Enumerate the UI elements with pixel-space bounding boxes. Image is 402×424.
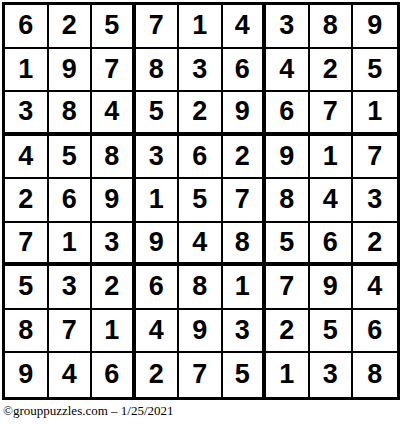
cell-r4c3: 8 [92, 136, 136, 180]
cell-r5c6: 7 [223, 179, 267, 223]
cell-r2c8: 2 [310, 49, 354, 93]
cell-r3c1: 3 [5, 92, 49, 136]
cell-r4c7: 9 [266, 136, 310, 180]
cell-r5c1: 2 [5, 179, 49, 223]
cell-r9c9: 8 [353, 353, 397, 397]
cell-r3c9: 1 [353, 92, 397, 136]
cell-r1c7: 3 [266, 5, 310, 49]
cell-r3c7: 6 [266, 92, 310, 136]
cell-r6c7: 5 [266, 223, 310, 267]
cell-r1c1: 6 [5, 5, 49, 49]
cell-r3c3: 4 [92, 92, 136, 136]
cell-r6c6: 8 [223, 223, 267, 267]
cell-r9c4: 2 [136, 353, 180, 397]
cell-r8c4: 4 [136, 310, 180, 354]
cell-r8c3: 1 [92, 310, 136, 354]
cell-r5c2: 6 [49, 179, 93, 223]
cell-r5c9: 3 [353, 179, 397, 223]
cell-r3c5: 2 [179, 92, 223, 136]
cell-r8c5: 9 [179, 310, 223, 354]
sudoku-page: 6 2 5 7 1 4 3 8 9 1 9 7 8 3 6 4 2 5 3 8 … [0, 0, 402, 424]
cell-r1c3: 5 [92, 5, 136, 49]
cell-r7c4: 6 [136, 266, 180, 310]
cell-r7c2: 3 [49, 266, 93, 310]
cell-r3c8: 7 [310, 92, 354, 136]
cell-r7c9: 4 [353, 266, 397, 310]
cell-r2c6: 6 [223, 49, 267, 93]
cell-r1c8: 8 [310, 5, 354, 49]
cell-r9c8: 3 [310, 353, 354, 397]
cell-r5c7: 8 [266, 179, 310, 223]
cell-r5c4: 1 [136, 179, 180, 223]
cell-r4c1: 4 [5, 136, 49, 180]
cell-r8c1: 8 [5, 310, 49, 354]
cell-r3c2: 8 [49, 92, 93, 136]
cell-r1c2: 2 [49, 5, 93, 49]
cell-r8c8: 5 [310, 310, 354, 354]
cell-r2c9: 5 [353, 49, 397, 93]
cell-r4c4: 3 [136, 136, 180, 180]
cell-r6c4: 9 [136, 223, 180, 267]
cell-r9c3: 6 [92, 353, 136, 397]
cell-r2c5: 3 [179, 49, 223, 93]
cell-r9c5: 7 [179, 353, 223, 397]
cell-r5c5: 5 [179, 179, 223, 223]
cell-r1c6: 4 [223, 5, 267, 49]
cell-r2c2: 9 [49, 49, 93, 93]
cell-r5c8: 4 [310, 179, 354, 223]
sudoku-board: 6 2 5 7 1 4 3 8 9 1 9 7 8 3 6 4 2 5 3 8 … [2, 2, 400, 400]
cell-r2c4: 8 [136, 49, 180, 93]
cell-r5c3: 9 [92, 179, 136, 223]
cell-r9c1: 9 [5, 353, 49, 397]
cell-r2c1: 1 [5, 49, 49, 93]
cell-r2c3: 7 [92, 49, 136, 93]
cell-r1c9: 9 [353, 5, 397, 49]
cell-r6c1: 7 [5, 223, 49, 267]
cell-r8c7: 2 [266, 310, 310, 354]
cell-r4c2: 5 [49, 136, 93, 180]
cell-r6c5: 4 [179, 223, 223, 267]
cell-r1c4: 7 [136, 5, 180, 49]
cell-r9c7: 1 [266, 353, 310, 397]
cell-r8c9: 6 [353, 310, 397, 354]
cell-r7c1: 5 [5, 266, 49, 310]
cell-r6c9: 2 [353, 223, 397, 267]
cell-r7c7: 7 [266, 266, 310, 310]
cell-r6c8: 6 [310, 223, 354, 267]
cell-r4c8: 1 [310, 136, 354, 180]
cell-r3c6: 9 [223, 92, 267, 136]
cell-r2c7: 4 [266, 49, 310, 93]
cell-r8c2: 7 [49, 310, 93, 354]
cell-r7c5: 8 [179, 266, 223, 310]
cell-r7c3: 2 [92, 266, 136, 310]
cell-r4c6: 2 [223, 136, 267, 180]
cell-r1c5: 1 [179, 5, 223, 49]
cell-r7c6: 1 [223, 266, 267, 310]
cell-r6c2: 1 [49, 223, 93, 267]
cell-r9c6: 5 [223, 353, 267, 397]
footer-credit: ©grouppuzzles.com – 1/25/2021 [3, 403, 174, 419]
cell-r8c6: 3 [223, 310, 267, 354]
cell-r3c4: 5 [136, 92, 180, 136]
cell-r4c5: 6 [179, 136, 223, 180]
cell-r7c8: 9 [310, 266, 354, 310]
cell-r6c3: 3 [92, 223, 136, 267]
cell-r9c2: 4 [49, 353, 93, 397]
cell-r4c9: 7 [353, 136, 397, 180]
